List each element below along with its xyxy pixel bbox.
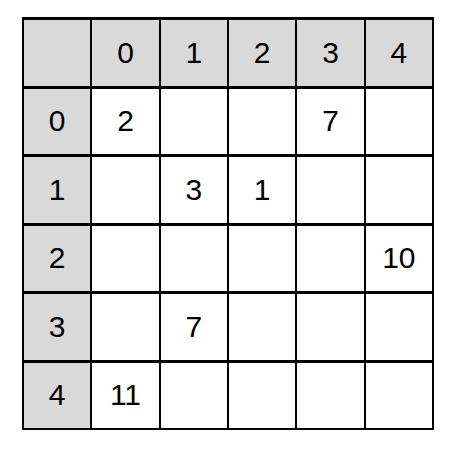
page: 0123402713121037411 [0,0,456,449]
cell-3-4 [366,294,432,360]
cell-3-1: 7 [161,294,227,360]
col-header-3: 3 [297,20,363,86]
cell-1-2: 1 [229,157,295,223]
cell-3-2 [229,294,295,360]
row-header-0: 0 [24,89,90,155]
cell-4-4 [366,363,432,429]
cell-0-0: 2 [92,89,158,155]
col-header-0: 0 [92,20,158,86]
cell-0-4 [366,89,432,155]
row-header-2: 2 [24,226,90,292]
cell-1-4 [366,157,432,223]
cell-1-0 [92,157,158,223]
cell-0-1 [161,89,227,155]
cell-2-0 [92,226,158,292]
cell-4-3 [297,363,363,429]
cell-4-1 [161,363,227,429]
cell-1-3 [297,157,363,223]
cell-2-4: 10 [366,226,432,292]
cell-2-2 [229,226,295,292]
row-header-4: 4 [24,363,90,429]
cell-2-3 [297,226,363,292]
row-header-1: 1 [24,157,90,223]
number-grid-board: 0123402713121037411 [22,17,434,430]
cell-0-3: 7 [297,89,363,155]
col-header-1: 1 [161,20,227,86]
cell-3-3 [297,294,363,360]
cell-0-2 [229,89,295,155]
corner-cell [24,20,90,86]
cell-3-0 [92,294,158,360]
col-header-2: 2 [229,20,295,86]
row-header-3: 3 [24,294,90,360]
cell-1-1: 3 [161,157,227,223]
col-header-4: 4 [366,20,432,86]
cell-4-0: 11 [92,363,158,429]
cell-4-2 [229,363,295,429]
cell-2-1 [161,226,227,292]
